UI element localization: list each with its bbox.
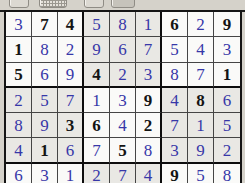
- cell-r3c4[interactable]: 4: [84, 63, 110, 88]
- cell-r1c4[interactable]: 5: [84, 12, 110, 37]
- cell-r7c6[interactable]: 4: [136, 164, 162, 183]
- cell-r2c5[interactable]: 6: [110, 37, 136, 62]
- cell-r6c9[interactable]: 2: [214, 138, 240, 163]
- cell-r5c6[interactable]: 2: [136, 113, 162, 138]
- cell-r7c4[interactable]: 2: [84, 164, 110, 183]
- cell-r2c8[interactable]: 4: [188, 37, 214, 62]
- toolbar: [0, 0, 245, 10]
- cell-r3c3[interactable]: 9: [58, 63, 84, 88]
- cell-r6c5[interactable]: 5: [110, 138, 136, 163]
- cell-r4c2[interactable]: 5: [32, 88, 58, 113]
- cell-r3c7[interactable]: 8: [162, 63, 188, 88]
- cell-r3c1[interactable]: 5: [6, 63, 32, 88]
- cell-r1c3[interactable]: 4: [58, 12, 84, 37]
- cell-r6c2[interactable]: 1: [32, 138, 58, 163]
- cell-r2c9[interactable]: 3: [214, 37, 240, 62]
- cell-r1c5[interactable]: 8: [110, 12, 136, 37]
- cell-r4c4[interactable]: 1: [84, 88, 110, 113]
- cell-r7c3[interactable]: 1: [58, 164, 84, 183]
- cell-r6c7[interactable]: 3: [162, 138, 188, 163]
- cell-r7c2[interactable]: 3: [32, 164, 58, 183]
- cell-r6c3[interactable]: 6: [58, 138, 84, 163]
- cell-r4c3[interactable]: 7: [58, 88, 84, 113]
- cell-r3c9[interactable]: 1: [214, 63, 240, 88]
- cell-r4c8[interactable]: 8: [188, 88, 214, 113]
- cell-r1c7[interactable]: 6: [162, 12, 188, 37]
- cell-r5c5[interactable]: 4: [110, 113, 136, 138]
- cell-r5c3[interactable]: 3: [58, 113, 84, 138]
- cell-r2c7[interactable]: 5: [162, 37, 188, 62]
- cell-r2c4[interactable]: 9: [84, 37, 110, 62]
- cell-r7c8[interactable]: 5: [188, 164, 214, 183]
- cell-r1c6[interactable]: 1: [136, 12, 162, 37]
- cell-r5c7[interactable]: 7: [162, 113, 188, 138]
- cell-r6c6[interactable]: 8: [136, 138, 162, 163]
- cell-r5c8[interactable]: 1: [188, 113, 214, 138]
- cell-r5c4[interactable]: 6: [84, 113, 110, 138]
- cell-r1c2[interactable]: 7: [32, 12, 58, 37]
- cell-r6c8[interactable]: 9: [188, 138, 214, 163]
- cell-r2c1[interactable]: 1: [6, 37, 32, 62]
- cell-r7c9[interactable]: 8: [214, 164, 240, 183]
- toolbar-button-1[interactable]: [9, 0, 29, 8]
- cell-r4c6[interactable]: 9: [136, 88, 162, 113]
- cell-r6c1[interactable]: 4: [6, 138, 32, 163]
- cell-r7c1[interactable]: 6: [6, 164, 32, 183]
- cell-r1c9[interactable]: 9: [214, 12, 240, 37]
- cell-r5c1[interactable]: 8: [6, 113, 32, 138]
- cell-r6c4[interactable]: 7: [84, 138, 110, 163]
- sudoku-grid: 3745816291829675435694238712571394868936…: [6, 12, 240, 183]
- cell-r1c8[interactable]: 2: [188, 12, 214, 37]
- cell-r7c5[interactable]: 7: [110, 164, 136, 183]
- toolbar-button-3[interactable]: [84, 0, 104, 8]
- cell-r5c2[interactable]: 9: [32, 113, 58, 138]
- cell-r4c1[interactable]: 2: [6, 88, 32, 113]
- cell-r4c7[interactable]: 4: [162, 88, 188, 113]
- toolbar-button-4[interactable]: [111, 0, 135, 8]
- sudoku-board: 3745816291829675435694238712571394868936…: [4, 10, 242, 183]
- cell-r2c2[interactable]: 8: [32, 37, 58, 62]
- toolbar-button-2-dotted[interactable]: [39, 0, 67, 8]
- cell-r3c6[interactable]: 3: [136, 63, 162, 88]
- cell-r3c5[interactable]: 2: [110, 63, 136, 88]
- cell-r3c8[interactable]: 7: [188, 63, 214, 88]
- cell-r1c1[interactable]: 3: [6, 12, 32, 37]
- cell-r5c9[interactable]: 5: [214, 113, 240, 138]
- cell-r3c2[interactable]: 6: [32, 63, 58, 88]
- cell-r2c6[interactable]: 7: [136, 37, 162, 62]
- cell-r4c9[interactable]: 6: [214, 88, 240, 113]
- cell-r2c3[interactable]: 2: [58, 37, 84, 62]
- cell-r7c7[interactable]: 9: [162, 164, 188, 183]
- cell-r4c5[interactable]: 3: [110, 88, 136, 113]
